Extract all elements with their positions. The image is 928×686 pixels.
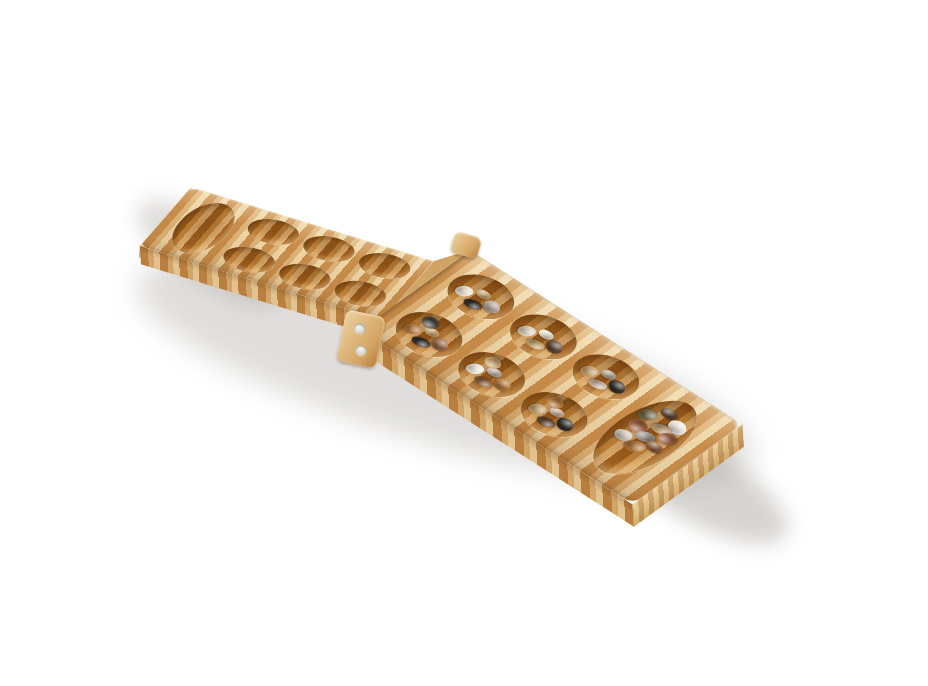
stone-white bbox=[463, 361, 488, 376]
stone-dark_brown bbox=[535, 414, 557, 429]
stone-amber bbox=[544, 396, 567, 410]
stone-black bbox=[608, 379, 625, 395]
stone-brown_banded bbox=[431, 336, 448, 352]
mancala-photo: { "game": "mancala", "variant": "Kalah -… bbox=[0, 0, 928, 686]
stone-amber bbox=[400, 321, 425, 336]
stone-dark_brown bbox=[546, 339, 563, 355]
stone-cream bbox=[452, 284, 477, 299]
stone-amber bbox=[494, 376, 511, 392]
stone-tan bbox=[577, 364, 602, 379]
stone-dark_gray bbox=[419, 316, 442, 330]
hinge-pin-dot bbox=[355, 344, 368, 356]
stone-black bbox=[462, 297, 484, 312]
pit-left-far-1[interactable] bbox=[240, 214, 306, 250]
stone-black bbox=[556, 416, 573, 432]
pit-left-far-2[interactable] bbox=[296, 231, 362, 267]
stone-pink_gray bbox=[483, 299, 500, 315]
pit-left-far-3[interactable] bbox=[351, 248, 417, 284]
stone-tan bbox=[481, 356, 504, 370]
stone-brown bbox=[472, 374, 494, 389]
stone-tan bbox=[524, 337, 546, 352]
pit-left-near-1[interactable] bbox=[216, 242, 282, 278]
pit-left-near-2[interactable] bbox=[272, 259, 338, 295]
stone-tan bbox=[525, 401, 550, 416]
pit-right-far-3[interactable] bbox=[559, 345, 652, 408]
pit-left-near-3[interactable] bbox=[327, 276, 393, 312]
stone-pink bbox=[587, 377, 609, 392]
stone-white_speckled bbox=[514, 324, 539, 339]
stone-black bbox=[410, 334, 432, 349]
pit-right-far-2[interactable] bbox=[497, 305, 590, 368]
pit-right-far-1[interactable] bbox=[434, 265, 527, 328]
hinge-pin-dot bbox=[353, 322, 366, 334]
